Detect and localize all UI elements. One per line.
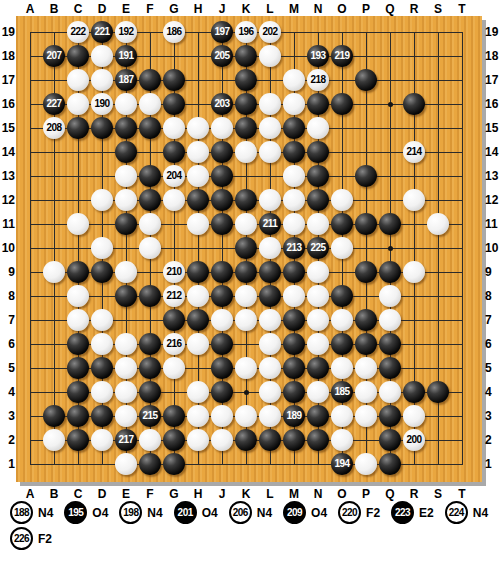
row-label-left-18: 18 [0, 49, 15, 63]
white-stone-H15 [187, 117, 209, 139]
col-label-top-L: L [258, 2, 282, 16]
white-stone-G8: 212 [163, 285, 185, 307]
white-stone-R3 [403, 405, 425, 427]
black-stone-J4 [211, 381, 233, 403]
black-stone-F13 [139, 165, 161, 187]
col-label-bottom-O: O [330, 487, 354, 501]
row-label-left-5: 5 [0, 361, 15, 375]
black-stone-M5 [283, 357, 305, 379]
caption-coord-198: N4 [147, 506, 162, 520]
black-stone-N14 [307, 141, 329, 163]
black-stone-J18: 205 [211, 45, 233, 67]
black-stone-Q9 [379, 261, 401, 283]
col-label-top-D: D [90, 2, 114, 16]
black-stone-O8 [331, 285, 353, 307]
black-stone-F4 [139, 381, 161, 403]
black-stone-P6 [355, 333, 377, 355]
caption-line-1: 188N4195O4198N4201O4206N4209O4220F2223E2… [10, 501, 499, 524]
white-stone-D4 [91, 381, 113, 403]
star-point-Q16 [388, 102, 393, 107]
black-stone-N3 [307, 405, 329, 427]
col-label-bottom-R: R [402, 487, 426, 501]
col-label-top-Q: Q [378, 2, 402, 16]
black-stone-N18: 193 [307, 45, 329, 67]
black-stone-N12 [307, 189, 329, 211]
white-stone-E13 [115, 165, 137, 187]
black-stone-N5 [307, 357, 329, 379]
caption-move-223: 223E2 [391, 501, 434, 524]
white-stone-L16 [259, 93, 281, 115]
caption-coord-220: F2 [366, 506, 380, 520]
black-stone-J13 [211, 165, 233, 187]
white-stone-Q7 [379, 309, 401, 331]
white-stone-C19: 222 [67, 21, 89, 43]
black-stone-O11 [331, 213, 353, 235]
black-stone-O16 [331, 93, 353, 115]
row-label-right-11: 11 [485, 217, 500, 231]
col-label-top-J: J [210, 2, 234, 16]
caption-stone-195: 195 [64, 501, 87, 524]
col-label-bottom-S: S [426, 487, 450, 501]
black-stone-R4 [403, 381, 425, 403]
black-stone-K17 [235, 69, 257, 91]
white-stone-F2 [139, 429, 161, 451]
white-stone-O10 [331, 237, 353, 259]
caption-stone-198: 198 [119, 501, 142, 524]
col-label-bottom-F: F [138, 487, 162, 501]
col-label-top-N: N [306, 2, 330, 16]
white-stone-H3 [187, 405, 209, 427]
black-stone-K15 [235, 117, 257, 139]
black-stone-P7 [355, 309, 377, 331]
black-stone-E14 [115, 141, 137, 163]
caption-stone-209: 209 [283, 501, 306, 524]
black-stone-J14 [211, 141, 233, 163]
white-stone-M8 [283, 285, 305, 307]
col-label-bottom-J: J [210, 487, 234, 501]
white-stone-N9 [307, 261, 329, 283]
black-stone-M6 [283, 333, 305, 355]
caption-coord-195: O4 [92, 506, 108, 520]
white-stone-K7 [235, 309, 257, 331]
white-stone-C7 [67, 309, 89, 331]
caption-move-198: 198N4 [119, 501, 162, 524]
row-label-right-17: 17 [485, 73, 500, 87]
white-stone-Q4 [379, 381, 401, 403]
black-stone-C4 [67, 381, 89, 403]
white-stone-F10 [139, 237, 161, 259]
row-label-right-18: 18 [485, 49, 500, 63]
caption-stone-188: 188 [10, 501, 33, 524]
row-label-left-12: 12 [0, 193, 15, 207]
black-stone-F8 [139, 285, 161, 307]
white-stone-N11 [307, 213, 329, 235]
black-stone-J11 [211, 213, 233, 235]
black-stone-G3 [163, 405, 185, 427]
white-stone-K14 [235, 141, 257, 163]
black-stone-K12 [235, 189, 257, 211]
black-stone-M7 [283, 309, 305, 331]
black-stone-F15 [139, 117, 161, 139]
white-stone-G6: 216 [163, 333, 185, 355]
white-stone-N6 [307, 333, 329, 355]
white-stone-L3 [259, 405, 281, 427]
black-stone-Q11 [379, 213, 401, 235]
row-label-right-7: 7 [485, 313, 500, 327]
white-stone-L5 [259, 357, 281, 379]
white-stone-J2 [211, 429, 233, 451]
row-label-right-1: 1 [485, 457, 500, 471]
black-stone-O6 [331, 333, 353, 355]
row-label-right-13: 13 [485, 169, 500, 183]
white-stone-O2 [331, 429, 353, 451]
white-stone-L18 [259, 45, 281, 67]
white-stone-O5 [331, 357, 353, 379]
white-stone-G13: 204 [163, 165, 185, 187]
col-label-bottom-H: H [186, 487, 210, 501]
row-label-left-2: 2 [0, 433, 15, 447]
black-stone-Q5 [379, 357, 401, 379]
white-stone-G19: 186 [163, 21, 185, 43]
white-stone-N4 [307, 381, 329, 403]
col-label-bottom-N: N [306, 487, 330, 501]
black-stone-N13 [307, 165, 329, 187]
white-stone-C17 [67, 69, 89, 91]
caption-move-209: 209O4 [283, 501, 327, 524]
white-stone-E1 [115, 453, 137, 475]
col-label-bottom-P: P [354, 487, 378, 501]
black-stone-E17: 187 [115, 69, 137, 91]
white-stone-D16: 190 [91, 93, 113, 115]
black-stone-H12 [187, 189, 209, 211]
white-stone-P4 [355, 381, 377, 403]
row-label-left-3: 3 [0, 409, 15, 423]
black-stone-C15 [67, 117, 89, 139]
white-stone-N8 [307, 285, 329, 307]
white-stone-D12 [91, 189, 113, 211]
white-stone-M11 [283, 213, 305, 235]
black-stone-G2 [163, 429, 185, 451]
white-stone-H2 [187, 429, 209, 451]
white-stone-F16 [139, 93, 161, 115]
white-stone-L12 [259, 189, 281, 211]
black-stone-P9 [355, 261, 377, 283]
white-stone-L7 [259, 309, 281, 331]
col-label-bottom-D: D [90, 487, 114, 501]
black-stone-Q2 [379, 429, 401, 451]
white-stone-G15 [163, 117, 185, 139]
black-stone-J8 [211, 285, 233, 307]
white-stone-L15 [259, 117, 281, 139]
white-stone-C16 [67, 93, 89, 115]
white-stone-L10 [259, 237, 281, 259]
white-stone-J3 [211, 405, 233, 427]
row-label-left-10: 10 [0, 241, 15, 255]
black-stone-Q3 [379, 405, 401, 427]
row-label-right-2: 2 [485, 433, 500, 447]
black-stone-D3 [91, 405, 113, 427]
white-stone-K19: 196 [235, 21, 257, 43]
caption-coord-201: O4 [202, 506, 218, 520]
white-stone-D18 [91, 45, 113, 67]
col-label-bottom-T: T [450, 487, 474, 501]
row-label-left-6: 6 [0, 337, 15, 351]
white-stone-B9 [43, 261, 65, 283]
col-label-top-G: G [162, 2, 186, 16]
black-stone-H7 [187, 309, 209, 331]
white-stone-D7 [91, 309, 113, 331]
black-stone-M2 [283, 429, 305, 451]
row-label-left-1: 1 [0, 457, 15, 471]
white-stone-K8 [235, 285, 257, 307]
col-label-bottom-K: K [234, 487, 258, 501]
caption-move-188: 188N4 [10, 501, 53, 524]
black-stone-D5 [91, 357, 113, 379]
black-stone-C9 [67, 261, 89, 283]
black-stone-D15 [91, 117, 113, 139]
black-stone-G1 [163, 453, 185, 475]
row-label-left-13: 13 [0, 169, 15, 183]
row-label-right-12: 12 [485, 193, 500, 207]
white-stone-O3 [331, 405, 353, 427]
white-stone-H6 [187, 333, 209, 355]
black-stone-J6 [211, 333, 233, 355]
black-stone-L11: 211 [259, 213, 281, 235]
black-stone-F17 [139, 69, 161, 91]
black-stone-E11 [115, 213, 137, 235]
col-label-bottom-G: G [162, 487, 186, 501]
black-stone-M10: 213 [283, 237, 305, 259]
row-label-right-10: 10 [485, 241, 500, 255]
white-stone-K3 [235, 405, 257, 427]
caption-move-220: 220F2 [338, 501, 380, 524]
caption-coord-224: N4 [473, 506, 488, 520]
white-stone-J15 [211, 117, 233, 139]
white-stone-D2 [91, 429, 113, 451]
black-stone-K2 [235, 429, 257, 451]
caption-coord-226: F2 [38, 532, 52, 546]
black-stone-P13 [355, 165, 377, 187]
black-stone-G17 [163, 69, 185, 91]
black-stone-J12 [211, 189, 233, 211]
black-stone-O4: 185 [331, 381, 353, 403]
col-label-top-S: S [426, 2, 450, 16]
caption-stone-220: 220 [338, 501, 361, 524]
kifu-page: AABBCCDDEEFFGGHHJJKKLLMMNNOOPPQQRRSSTT19… [0, 0, 500, 561]
col-label-top-R: R [402, 2, 426, 16]
col-label-top-F: F [138, 2, 162, 16]
black-stone-J19: 197 [211, 21, 233, 43]
row-label-left-9: 9 [0, 265, 15, 279]
black-stone-E8 [115, 285, 137, 307]
white-stone-H14 [187, 141, 209, 163]
black-stone-D19: 221 [91, 21, 113, 43]
caption-move-195: 195O4 [64, 501, 108, 524]
white-stone-F11 [139, 213, 161, 235]
black-stone-E18: 191 [115, 45, 137, 67]
white-stone-R12 [403, 189, 425, 211]
white-stone-R2: 200 [403, 429, 425, 451]
caption-move-224: 224N4 [445, 501, 488, 524]
row-label-left-14: 14 [0, 145, 15, 159]
caption-stone-201: 201 [174, 501, 197, 524]
row-label-left-19: 19 [0, 25, 15, 39]
white-stone-E16 [115, 93, 137, 115]
caption-coord-206: N4 [257, 506, 272, 520]
col-label-top-C: C [66, 2, 90, 16]
caption-move-201: 201O4 [174, 501, 218, 524]
black-stone-F5 [139, 357, 161, 379]
black-stone-K9 [235, 261, 257, 283]
black-stone-Q1 [379, 453, 401, 475]
row-label-left-4: 4 [0, 385, 15, 399]
black-stone-E2: 217 [115, 429, 137, 451]
white-stone-O12 [331, 189, 353, 211]
col-label-bottom-L: L [258, 487, 282, 501]
black-stone-R16 [403, 93, 425, 115]
white-stone-C11 [67, 213, 89, 235]
black-stone-G7 [163, 309, 185, 331]
row-label-left-17: 17 [0, 73, 15, 87]
caption-move-226: 226F2 [10, 527, 52, 550]
white-stone-P5 [355, 357, 377, 379]
white-stone-R14: 214 [403, 141, 425, 163]
black-stone-L9 [259, 261, 281, 283]
black-stone-M4 [283, 381, 305, 403]
white-stone-K11 [235, 213, 257, 235]
col-label-bottom-E: E [114, 487, 138, 501]
white-stone-S11 [427, 213, 449, 235]
white-stone-L4 [259, 381, 281, 403]
black-stone-N10: 225 [307, 237, 329, 259]
white-stone-P1 [355, 453, 377, 475]
row-label-left-16: 16 [0, 97, 15, 111]
white-stone-J7 [211, 309, 233, 331]
row-label-right-19: 19 [485, 25, 500, 39]
row-label-left-15: 15 [0, 121, 15, 135]
black-stone-O18: 219 [331, 45, 353, 67]
black-stone-N2 [307, 429, 329, 451]
black-stone-F3: 215 [139, 405, 161, 427]
white-stone-N15 [307, 117, 329, 139]
white-stone-E19: 192 [115, 21, 137, 43]
caption-coord-188: N4 [38, 506, 53, 520]
white-stone-E12 [115, 189, 137, 211]
col-label-top-K: K [234, 2, 258, 16]
star-point-K4 [244, 390, 249, 395]
white-stone-M16 [283, 93, 305, 115]
black-stone-J16: 203 [211, 93, 233, 115]
white-stone-H13 [187, 165, 209, 187]
black-stone-B18: 207 [43, 45, 65, 67]
white-stone-M13 [283, 165, 305, 187]
caption-stone-206: 206 [229, 501, 252, 524]
black-stone-H9 [187, 261, 209, 283]
caption-stone-226: 226 [10, 527, 33, 550]
white-stone-M12 [283, 189, 305, 211]
row-label-right-8: 8 [485, 289, 500, 303]
black-stone-M15 [283, 117, 305, 139]
white-stone-H11 [187, 213, 209, 235]
black-stone-E15 [115, 117, 137, 139]
white-stone-E5 [115, 357, 137, 379]
white-stone-P3 [355, 405, 377, 427]
star-point-Q10 [388, 246, 393, 251]
white-stone-L6 [259, 333, 281, 355]
black-stone-K18 [235, 45, 257, 67]
white-stone-E3 [115, 405, 137, 427]
white-stone-D10 [91, 237, 113, 259]
black-stone-C3 [67, 405, 89, 427]
col-label-bottom-M: M [282, 487, 306, 501]
row-label-right-5: 5 [485, 361, 500, 375]
white-stone-G12 [163, 189, 185, 211]
white-stone-B15: 208 [43, 117, 65, 139]
black-stone-J9 [211, 261, 233, 283]
caption-stone-224: 224 [445, 501, 468, 524]
black-stone-F1 [139, 453, 161, 475]
black-stone-L2 [259, 429, 281, 451]
col-label-top-A: A [18, 2, 42, 16]
black-stone-B16: 227 [43, 93, 65, 115]
col-label-bottom-C: C [66, 487, 90, 501]
white-stone-N17: 218 [307, 69, 329, 91]
black-stone-P17 [355, 69, 377, 91]
black-stone-M3: 189 [283, 405, 305, 427]
black-stone-D9 [91, 261, 113, 283]
col-label-bottom-A: A [18, 487, 42, 501]
row-label-right-4: 4 [485, 385, 500, 399]
caption-coord-223: E2 [419, 506, 434, 520]
col-label-top-O: O [330, 2, 354, 16]
black-stone-S4 [427, 381, 449, 403]
caption-coord-209: O4 [311, 506, 327, 520]
caption-line-2: 226F2 [10, 527, 63, 550]
white-stone-E6 [115, 333, 137, 355]
black-stone-Q6 [379, 333, 401, 355]
row-label-right-14: 14 [485, 145, 500, 159]
white-stone-H8 [187, 285, 209, 307]
black-stone-L8 [259, 285, 281, 307]
row-label-right-9: 9 [485, 265, 500, 279]
white-stone-H4 [187, 381, 209, 403]
black-stone-M14 [283, 141, 305, 163]
black-stone-M9 [283, 261, 305, 283]
white-stone-L14 [259, 141, 281, 163]
black-stone-O1: 194 [331, 453, 353, 475]
col-label-top-M: M [282, 2, 306, 16]
caption-move-206: 206N4 [229, 501, 272, 524]
row-label-right-6: 6 [485, 337, 500, 351]
row-label-right-15: 15 [485, 121, 500, 135]
row-label-left-8: 8 [0, 289, 15, 303]
row-label-right-3: 3 [485, 409, 500, 423]
black-stone-K10 [235, 237, 257, 259]
black-stone-C18 [67, 45, 89, 67]
caption-stone-223: 223 [391, 501, 414, 524]
white-stone-E9 [115, 261, 137, 283]
col-label-bottom-B: B [42, 487, 66, 501]
white-stone-N7 [307, 309, 329, 331]
white-stone-L19: 202 [259, 21, 281, 43]
white-stone-C8 [67, 285, 89, 307]
black-stone-F12 [139, 189, 161, 211]
black-stone-G16 [163, 93, 185, 115]
black-stone-B3 [43, 405, 65, 427]
white-stone-D17 [91, 69, 113, 91]
col-label-top-E: E [114, 2, 138, 16]
white-stone-Q8 [379, 285, 401, 307]
